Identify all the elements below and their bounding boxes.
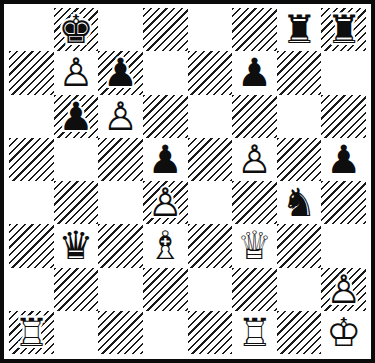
square-c6: ♟♙ <box>98 95 143 138</box>
square-c5 <box>98 138 143 181</box>
black-queen-b3: ♛♛ <box>54 224 99 267</box>
black-pawn-h5: ♟♟ <box>321 138 366 181</box>
square-g8: ♜♜ <box>277 8 322 51</box>
black-knight-g4: ♞♞ <box>277 181 322 224</box>
black-pawn-icon: ♟ <box>232 51 277 94</box>
black-pawn-icon: ♟ <box>54 95 99 138</box>
square-h3 <box>321 224 366 267</box>
square-c2 <box>98 268 143 311</box>
square-f2 <box>232 268 277 311</box>
black-knight-icon: ♞ <box>277 181 322 224</box>
square-d1 <box>143 311 188 354</box>
square-b4 <box>54 181 99 224</box>
white-king-icon: ♔ <box>321 311 366 354</box>
square-g1 <box>277 311 322 354</box>
white-queen-icon: ♕ <box>232 224 277 267</box>
black-king-b8: ♚♚ <box>54 8 99 51</box>
square-e5 <box>188 138 233 181</box>
black-pawn-icon: ♟ <box>143 138 188 181</box>
white-pawn-icon: ♙ <box>232 138 277 181</box>
square-a6 <box>9 95 54 138</box>
square-h8: ♜♜ <box>321 8 366 51</box>
black-king-icon: ♚ <box>54 8 99 51</box>
square-f4 <box>232 181 277 224</box>
square-e1 <box>188 311 233 354</box>
square-c7: ♟♟ <box>98 51 143 94</box>
square-b7: ♟♙ <box>54 51 99 94</box>
white-pawn-icon: ♙ <box>54 51 99 94</box>
black-rook-icon: ♜ <box>321 8 366 51</box>
square-d2 <box>143 268 188 311</box>
board-grid: ♚♚♜♜♜♜♟♙♟♟♟♟♟♟♟♙♟♟♟♙♟♟♟♙♞♞♛♛♝♗♛♕♟♙♜♖♜♖♚♔ <box>9 8 366 354</box>
white-pawn-c6: ♟♙ <box>98 95 143 138</box>
square-e4 <box>188 181 233 224</box>
square-f7: ♟♟ <box>232 51 277 94</box>
white-pawn-icon: ♙ <box>321 268 366 311</box>
white-rook-a1: ♜♖ <box>9 311 54 354</box>
square-h6 <box>321 95 366 138</box>
white-rook-f1: ♜♖ <box>232 311 277 354</box>
square-g6 <box>277 95 322 138</box>
square-b1 <box>54 311 99 354</box>
square-f1: ♜♖ <box>232 311 277 354</box>
black-pawn-icon: ♟ <box>98 51 143 94</box>
white-pawn-h2: ♟♙ <box>321 268 366 311</box>
square-c8 <box>98 8 143 51</box>
black-pawn-c7: ♟♟ <box>98 51 143 94</box>
square-a3 <box>9 224 54 267</box>
white-pawn-icon: ♙ <box>143 181 188 224</box>
black-queen-icon: ♛ <box>54 224 99 267</box>
square-c3 <box>98 224 143 267</box>
square-b2 <box>54 268 99 311</box>
square-e6 <box>188 95 233 138</box>
square-g3 <box>277 224 322 267</box>
white-rook-icon: ♖ <box>232 311 277 354</box>
square-h2: ♟♙ <box>321 268 366 311</box>
square-e3 <box>188 224 233 267</box>
square-f3: ♛♕ <box>232 224 277 267</box>
square-b6: ♟♟ <box>54 95 99 138</box>
square-f5: ♟♙ <box>232 138 277 181</box>
square-d5: ♟♟ <box>143 138 188 181</box>
square-a8 <box>9 8 54 51</box>
square-a4 <box>9 181 54 224</box>
black-pawn-f7: ♟♟ <box>232 51 277 94</box>
square-a1: ♜♖ <box>9 311 54 354</box>
white-rook-icon: ♖ <box>9 311 54 354</box>
black-pawn-icon: ♟ <box>321 138 366 181</box>
white-pawn-f5: ♟♙ <box>232 138 277 181</box>
white-queen-f3: ♛♕ <box>232 224 277 267</box>
square-b5 <box>54 138 99 181</box>
square-g2 <box>277 268 322 311</box>
white-pawn-b7: ♟♙ <box>54 51 99 94</box>
square-c1 <box>98 311 143 354</box>
square-d6 <box>143 95 188 138</box>
square-h4 <box>321 181 366 224</box>
square-d3: ♝♗ <box>143 224 188 267</box>
square-h1: ♚♔ <box>321 311 366 354</box>
square-a2 <box>9 268 54 311</box>
white-king-h1: ♚♔ <box>321 311 366 354</box>
white-bishop-icon: ♗ <box>143 224 188 267</box>
square-h5: ♟♟ <box>321 138 366 181</box>
square-g7 <box>277 51 322 94</box>
black-rook-h8: ♜♜ <box>321 8 366 51</box>
black-pawn-d5: ♟♟ <box>143 138 188 181</box>
square-g4: ♞♞ <box>277 181 322 224</box>
black-pawn-b6: ♟♟ <box>54 95 99 138</box>
square-b8: ♚♚ <box>54 8 99 51</box>
white-pawn-d4: ♟♙ <box>143 181 188 224</box>
square-d7 <box>143 51 188 94</box>
square-f8 <box>232 8 277 51</box>
chess-board-diagram: ♚♚♜♜♜♜♟♙♟♟♟♟♟♟♟♙♟♟♟♙♟♟♟♙♞♞♛♛♝♗♛♕♟♙♜♖♜♖♚♔ <box>0 0 375 363</box>
square-a7 <box>9 51 54 94</box>
black-rook-g8: ♜♜ <box>277 8 322 51</box>
square-b3: ♛♛ <box>54 224 99 267</box>
white-pawn-icon: ♙ <box>98 95 143 138</box>
square-d8 <box>143 8 188 51</box>
square-e2 <box>188 268 233 311</box>
square-h7 <box>321 51 366 94</box>
white-bishop-d3: ♝♗ <box>143 224 188 267</box>
square-a5 <box>9 138 54 181</box>
black-rook-icon: ♜ <box>277 8 322 51</box>
square-f6 <box>232 95 277 138</box>
square-d4: ♟♙ <box>143 181 188 224</box>
square-g5 <box>277 138 322 181</box>
square-c4 <box>98 181 143 224</box>
square-e8 <box>188 8 233 51</box>
square-e7 <box>188 51 233 94</box>
